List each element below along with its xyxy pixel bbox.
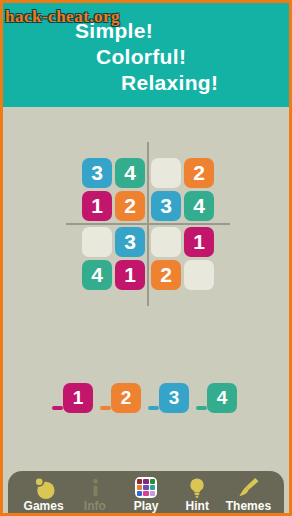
tray-tile-1-count-dash bbox=[52, 406, 63, 410]
tagline-colorful: Colorful! bbox=[96, 44, 289, 70]
quadrant-divider-vertical bbox=[147, 142, 149, 306]
info-icon bbox=[83, 476, 107, 499]
board-cell-1[interactable]: 1 bbox=[82, 191, 112, 221]
tray-tile-2[interactable]: 2 bbox=[111, 383, 141, 413]
games-icon bbox=[32, 476, 56, 499]
board-cell-2[interactable]: 2 bbox=[115, 191, 145, 221]
board-cell-4[interactable]: 4 bbox=[82, 260, 112, 290]
tray-tile-3[interactable]: 3 bbox=[159, 383, 189, 413]
number-tray: 1234 bbox=[3, 383, 289, 419]
tray-tile-1[interactable]: 1 bbox=[63, 383, 93, 413]
board-cell-empty[interactable] bbox=[151, 158, 181, 188]
nav-hint[interactable]: Hint bbox=[172, 471, 223, 513]
nav-info[interactable]: Info bbox=[69, 471, 120, 513]
hint-lightbulb-icon bbox=[185, 476, 209, 499]
board-cell-3[interactable]: 3 bbox=[151, 191, 181, 221]
watermark: hack-cheat.org bbox=[5, 7, 120, 27]
tray-tile-3-count-dash bbox=[148, 406, 159, 410]
tagline-relaxing: Relaxing! bbox=[121, 70, 289, 96]
nav-play-label: Play bbox=[134, 499, 159, 513]
bottom-navbar: Games Info Play Hint bbox=[8, 471, 284, 513]
nav-hint-label: Hint bbox=[186, 499, 209, 513]
nav-games-label: Games bbox=[24, 499, 64, 513]
nav-games[interactable]: Games bbox=[18, 471, 69, 513]
nav-themes[interactable]: Themes bbox=[223, 471, 274, 513]
board-cell-4[interactable]: 4 bbox=[115, 158, 145, 188]
nav-themes-label: Themes bbox=[226, 499, 271, 513]
board-cell-2[interactable]: 2 bbox=[151, 260, 181, 290]
board-cell-3[interactable]: 3 bbox=[82, 158, 112, 188]
board-cell-1[interactable]: 1 bbox=[184, 227, 214, 257]
tray-tile-4[interactable]: 4 bbox=[207, 383, 237, 413]
tray-tile-4-count-dash bbox=[196, 406, 207, 410]
board-cell-4[interactable]: 4 bbox=[184, 191, 214, 221]
nav-play[interactable]: Play bbox=[120, 471, 171, 513]
sudoku-board: 342123431412 bbox=[66, 142, 230, 306]
tray-tile-2-count-dash bbox=[100, 406, 111, 410]
board-cell-empty[interactable] bbox=[82, 227, 112, 257]
board-cell-empty[interactable] bbox=[184, 260, 214, 290]
board-cell-2[interactable]: 2 bbox=[184, 158, 214, 188]
app-screen: Simple! Colorful! Relaxing! hack-cheat.o… bbox=[0, 0, 292, 516]
play-grid-icon bbox=[135, 477, 157, 498]
themes-paintbrush-icon bbox=[236, 476, 260, 499]
nav-info-label: Info bbox=[84, 499, 106, 513]
board-cell-1[interactable]: 1 bbox=[115, 260, 145, 290]
board-cell-empty[interactable] bbox=[151, 227, 181, 257]
board-cell-3[interactable]: 3 bbox=[115, 227, 145, 257]
